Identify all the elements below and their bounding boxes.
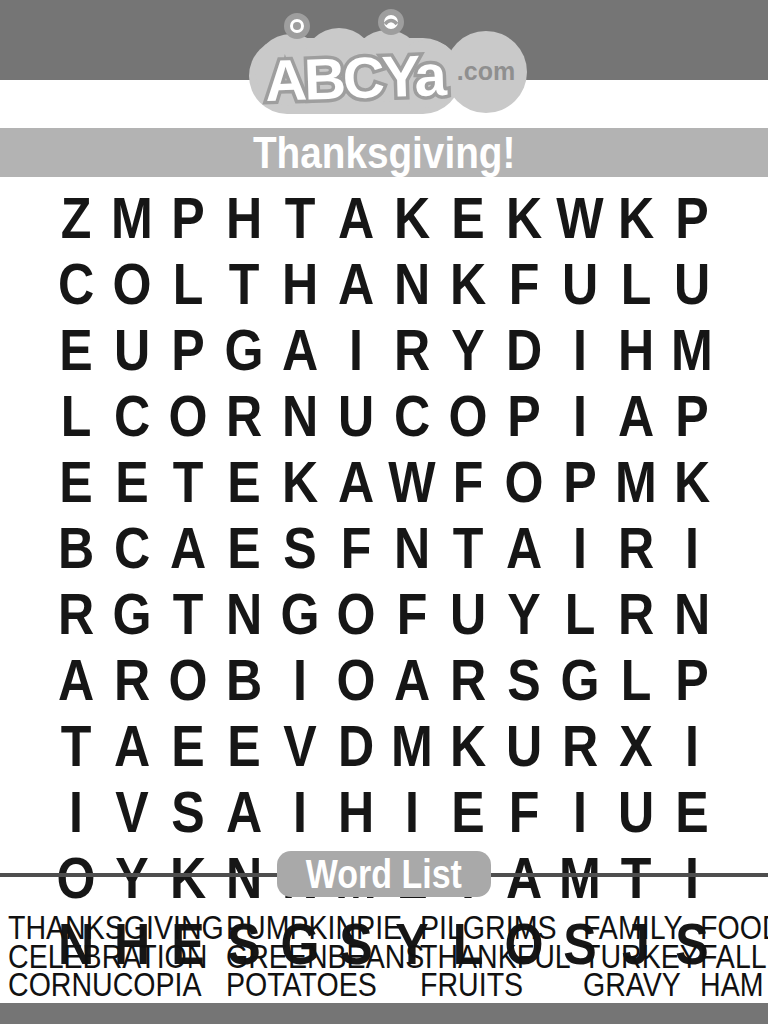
logo-text: ABCYa	[264, 42, 448, 113]
grid-cell-r9c10[interactable]: R	[555, 713, 604, 779]
word-list-item: FRUITS	[420, 970, 557, 999]
grid-cell-r5c12[interactable]: K	[667, 449, 716, 515]
grid-cell-r8c9[interactable]: S	[499, 647, 548, 713]
grid-cell-r6c8[interactable]: T	[443, 515, 492, 581]
grid-cell-r4c8[interactable]: O	[443, 383, 492, 449]
word-list-item: CORNUCOPIA	[8, 970, 191, 999]
grid-cell-r5c10[interactable]: P	[555, 449, 604, 515]
grid-cell-r4c2[interactable]: C	[107, 383, 156, 449]
grid-cell-r10c3[interactable]: S	[163, 779, 212, 845]
grid-cell-r4c5[interactable]: N	[275, 383, 324, 449]
grid-cell-r10c12[interactable]: E	[667, 779, 716, 845]
title-banner: Thanksgiving!	[0, 128, 768, 177]
grid-cell-r9c12[interactable]: I	[667, 713, 716, 779]
grid-cell-r5c2[interactable]: E	[107, 449, 156, 515]
grid-cell-r5c8[interactable]: F	[443, 449, 492, 515]
grid-cell-r1c7[interactable]: K	[387, 185, 436, 251]
grid-cell-r2c12[interactable]: U	[667, 251, 716, 317]
grid-cell-r7c8[interactable]: U	[443, 581, 492, 647]
grid-cell-r7c5[interactable]: G	[275, 581, 324, 647]
grid-cell-r9c3[interactable]: E	[163, 713, 212, 779]
grid-cell-r8c4[interactable]: B	[219, 647, 268, 713]
grid-cell-r4c3[interactable]: O	[163, 383, 212, 449]
grid-cell-r1c11[interactable]: K	[611, 185, 660, 251]
grid-cell-r2c9[interactable]: F	[499, 251, 548, 317]
grid-cell-r6c9[interactable]: A	[499, 515, 548, 581]
grid-cell-r5c9[interactable]: O	[499, 449, 548, 515]
grid-cell-r6c12[interactable]: I	[667, 515, 716, 581]
grid-cell-r6c5[interactable]: S	[275, 515, 324, 581]
grid-cell-r10c11[interactable]: U	[611, 779, 660, 845]
word-list-column: PUMPKINPIEGREENBEANSPOTATOES	[226, 913, 420, 999]
grid-cell-r1c1[interactable]: Z	[51, 185, 100, 251]
grid-cell-r1c4[interactable]: H	[219, 185, 268, 251]
grid-cell-r9c4[interactable]: E	[219, 713, 268, 779]
word-list-item: GRAVY	[583, 970, 681, 999]
grid-cell-r9c9[interactable]: U	[499, 713, 548, 779]
grid-cell-r1c3[interactable]: P	[163, 185, 212, 251]
grid-cell-r2c1[interactable]: C	[51, 251, 100, 317]
grid-cell-r7c2[interactable]: G	[107, 581, 156, 647]
footer-bar	[0, 1003, 768, 1024]
grid-cell-r9c6[interactable]: D	[331, 713, 380, 779]
word-search-grid: ZMPHTAKEKWKPCOLTHANKFULUEUPGAIRYDIHMLCOR…	[48, 185, 720, 835]
grid-cell-r2c3[interactable]: L	[163, 251, 212, 317]
grid-cell-r1c2[interactable]: M	[107, 185, 156, 251]
grid-cell-r7c7[interactable]: F	[387, 581, 436, 647]
grid-cell-r8c12[interactable]: P	[667, 647, 716, 713]
grid-cell-r8c8[interactable]: R	[443, 647, 492, 713]
grid-cell-r3c2[interactable]: U	[107, 317, 156, 383]
grid-cell-r8c6[interactable]: O	[331, 647, 380, 713]
grid-cell-r5c5[interactable]: K	[275, 449, 324, 515]
puzzle-title: Thanksgiving!	[253, 131, 515, 175]
grid-cell-r2c11[interactable]: L	[611, 251, 660, 317]
grid-cell-r5c4[interactable]: E	[219, 449, 268, 515]
grid-cell-r8c3[interactable]: O	[163, 647, 212, 713]
grid-cell-r1c8[interactable]: E	[443, 185, 492, 251]
word-list-header: Word List	[0, 851, 768, 903]
grid-cell-r2c4[interactable]: T	[219, 251, 268, 317]
grid-cell-r3c12[interactable]: M	[667, 317, 716, 383]
grid-cell-r4c4[interactable]: R	[219, 383, 268, 449]
word-list-item: HAM	[700, 970, 768, 999]
grid-cell-r6c1[interactable]: B	[51, 515, 100, 581]
grid-cell-r1c6[interactable]: A	[331, 185, 380, 251]
grid-cell-r8c7[interactable]: A	[387, 647, 436, 713]
grid-cell-r10c9[interactable]: F	[499, 779, 548, 845]
grid-cell-r4c12[interactable]: P	[667, 383, 716, 449]
grid-cell-r6c10[interactable]: I	[555, 515, 604, 581]
grid-cell-r2c10[interactable]: U	[555, 251, 604, 317]
grid-cell-r10c10[interactable]: I	[555, 779, 604, 845]
grid-cell-r4c6[interactable]: U	[331, 383, 380, 449]
grid-cell-r4c10[interactable]: I	[555, 383, 604, 449]
grid-cell-r2c8[interactable]: K	[443, 251, 492, 317]
grid-cell-r3c7[interactable]: R	[387, 317, 436, 383]
grid-cell-r10c8[interactable]: E	[443, 779, 492, 845]
grid-cell-r8c5[interactable]: I	[275, 647, 324, 713]
word-list-item: POTATOES	[226, 970, 389, 999]
grid-cell-r8c10[interactable]: G	[555, 647, 604, 713]
grid-cell-r7c1[interactable]: R	[51, 581, 100, 647]
grid-cell-r4c9[interactable]: P	[499, 383, 548, 449]
grid-cell-r6c7[interactable]: N	[387, 515, 436, 581]
grid-cell-r4c11[interactable]: A	[611, 383, 660, 449]
grid-cell-r9c1[interactable]: T	[51, 713, 100, 779]
grid-cell-r5c6[interactable]: A	[331, 449, 380, 515]
grid-cell-r3c5[interactable]: A	[275, 317, 324, 383]
grid-cell-r6c3[interactable]: A	[163, 515, 212, 581]
grid-cell-r3c8[interactable]: Y	[443, 317, 492, 383]
grid-cell-r6c4[interactable]: E	[219, 515, 268, 581]
word-list-columns: THANKSGIVINGCELEBRATIONCORNUCOPIAPUMPKIN…	[0, 913, 768, 999]
grid-cell-r5c1[interactable]: E	[51, 449, 100, 515]
grid-cell-r7c12[interactable]: N	[667, 581, 716, 647]
grid-cell-r8c2[interactable]: R	[107, 647, 156, 713]
grid-cell-r9c2[interactable]: A	[107, 713, 156, 779]
grid-cell-r2c6[interactable]: A	[331, 251, 380, 317]
grid-cell-r2c2[interactable]: O	[107, 251, 156, 317]
word-list-badge: Word List	[277, 851, 491, 897]
grid-cell-r7c6[interactable]: O	[331, 581, 380, 647]
grid-cell-r3c9[interactable]: D	[499, 317, 548, 383]
word-list-title: Word List	[306, 852, 462, 897]
grid-cell-r6c6[interactable]: F	[331, 515, 380, 581]
grid-cell-r9c5[interactable]: V	[275, 713, 324, 779]
grid-cell-r7c3[interactable]: T	[163, 581, 212, 647]
grid-cell-r9c11[interactable]: X	[611, 713, 660, 779]
grid-cell-r1c5[interactable]: T	[275, 185, 324, 251]
grid-cell-r3c3[interactable]: P	[163, 317, 212, 383]
grid-cell-r5c3[interactable]: T	[163, 449, 212, 515]
grid-cell-r7c9[interactable]: Y	[499, 581, 548, 647]
grid-cell-r3c10[interactable]: I	[555, 317, 604, 383]
grid-cell-r10c7[interactable]: I	[387, 779, 436, 845]
grid-cell-r10c5[interactable]: I	[275, 779, 324, 845]
grid-cell-r2c5[interactable]: H	[275, 251, 324, 317]
logo-suffix: .com	[457, 57, 515, 85]
grid-cell-r9c7[interactable]: M	[387, 713, 436, 779]
grid-cell-r7c10[interactable]: L	[555, 581, 604, 647]
grid-cell-r6c11[interactable]: R	[611, 515, 660, 581]
grid-cell-r3c1[interactable]: E	[51, 317, 100, 383]
grid-cell-r4c1[interactable]: L	[51, 383, 100, 449]
grid-cell-r1c9[interactable]: K	[499, 185, 548, 251]
grid-cell-r9c8[interactable]: K	[443, 713, 492, 779]
grid-cell-r5c11[interactable]: M	[611, 449, 660, 515]
grid-cell-r1c10[interactable]: W	[555, 185, 604, 251]
grid-cell-r6c2[interactable]: C	[107, 515, 156, 581]
grid-cell-r1c12[interactable]: P	[667, 185, 716, 251]
grid-cell-r10c4[interactable]: A	[219, 779, 268, 845]
grid-cell-r8c11[interactable]: L	[611, 647, 660, 713]
grid-cell-r3c6[interactable]: I	[331, 317, 380, 383]
grid-cell-r5c7[interactable]: W	[387, 449, 436, 515]
grid-cell-r4c7[interactable]: C	[387, 383, 436, 449]
grid-cell-r10c2[interactable]: V	[107, 779, 156, 845]
grid-cell-r2c7[interactable]: N	[387, 251, 436, 317]
word-list-column: THANKSGIVINGCELEBRATIONCORNUCOPIA	[8, 913, 226, 999]
grid-cell-r10c6[interactable]: H	[331, 779, 380, 845]
grid-cell-r8c1[interactable]: A	[51, 647, 100, 713]
grid-cell-r3c4[interactable]: G	[219, 317, 268, 383]
grid-cell-r7c4[interactable]: N	[219, 581, 268, 647]
abcya-logo-graphic: ABCYa .com	[239, 8, 529, 120]
grid-cell-r7c11[interactable]: R	[611, 581, 660, 647]
abcya-logo: ABCYa .com	[239, 8, 529, 120]
grid-cell-r10c1[interactable]: I	[51, 779, 100, 845]
grid-cell-r3c11[interactable]: H	[611, 317, 660, 383]
word-list-column: FOODFALLHAM	[700, 913, 768, 999]
